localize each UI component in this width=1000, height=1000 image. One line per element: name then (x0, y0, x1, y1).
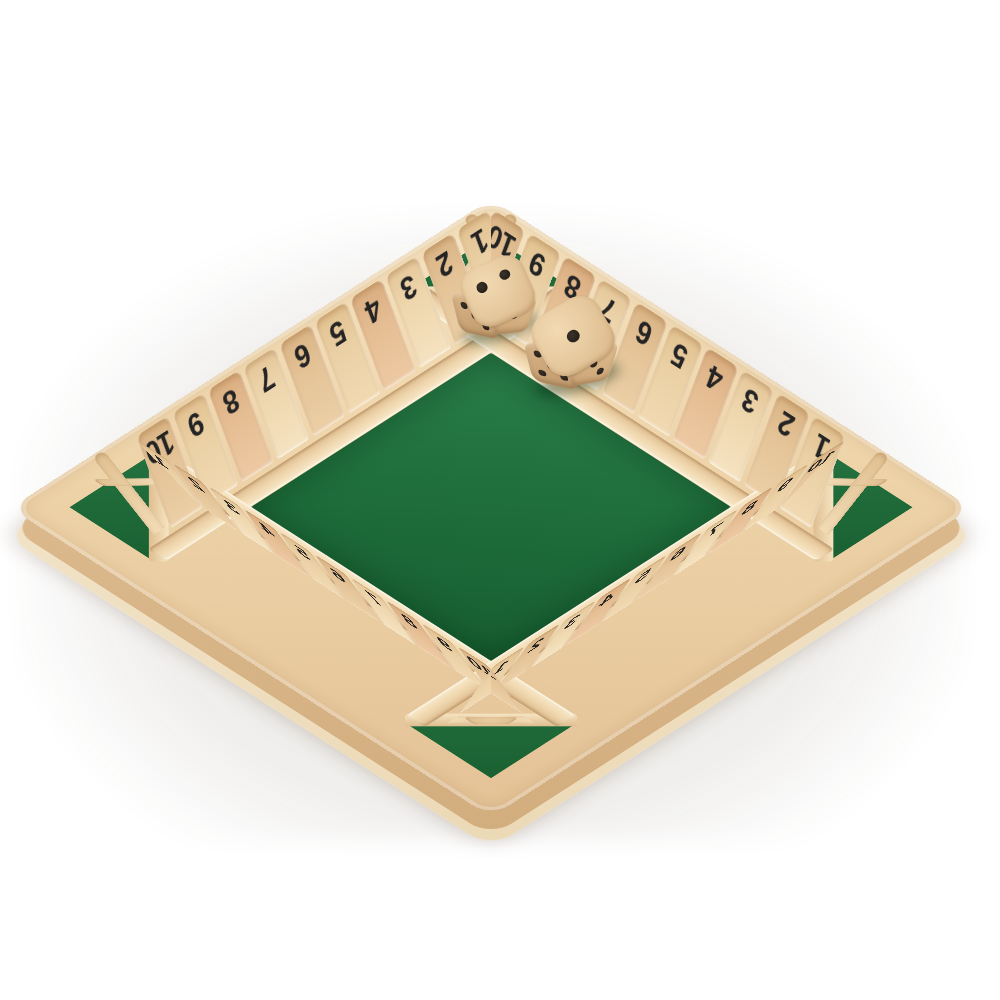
die-pip (475, 280, 490, 294)
tile-number: 8 (210, 377, 253, 428)
product-photo: 1234567891012345678910123456789101234567… (0, 0, 1000, 1000)
tile-number: 4 (352, 285, 395, 336)
tile-number: 7 (246, 354, 289, 405)
tile-number: 2 (764, 400, 807, 451)
tile-number: 3 (388, 262, 431, 313)
tile-number: 3 (729, 377, 772, 428)
tile-number: 5 (317, 308, 360, 359)
die-pip (565, 328, 582, 344)
tile-number: 6 (281, 331, 324, 382)
tile-number: 9 (174, 400, 217, 451)
tile-number: 4 (693, 354, 736, 405)
tile-number: 5 (658, 331, 701, 382)
die-pip (538, 369, 547, 377)
die-pip (596, 367, 605, 375)
die-pip (498, 267, 513, 281)
tile-number: 6 (622, 308, 665, 359)
